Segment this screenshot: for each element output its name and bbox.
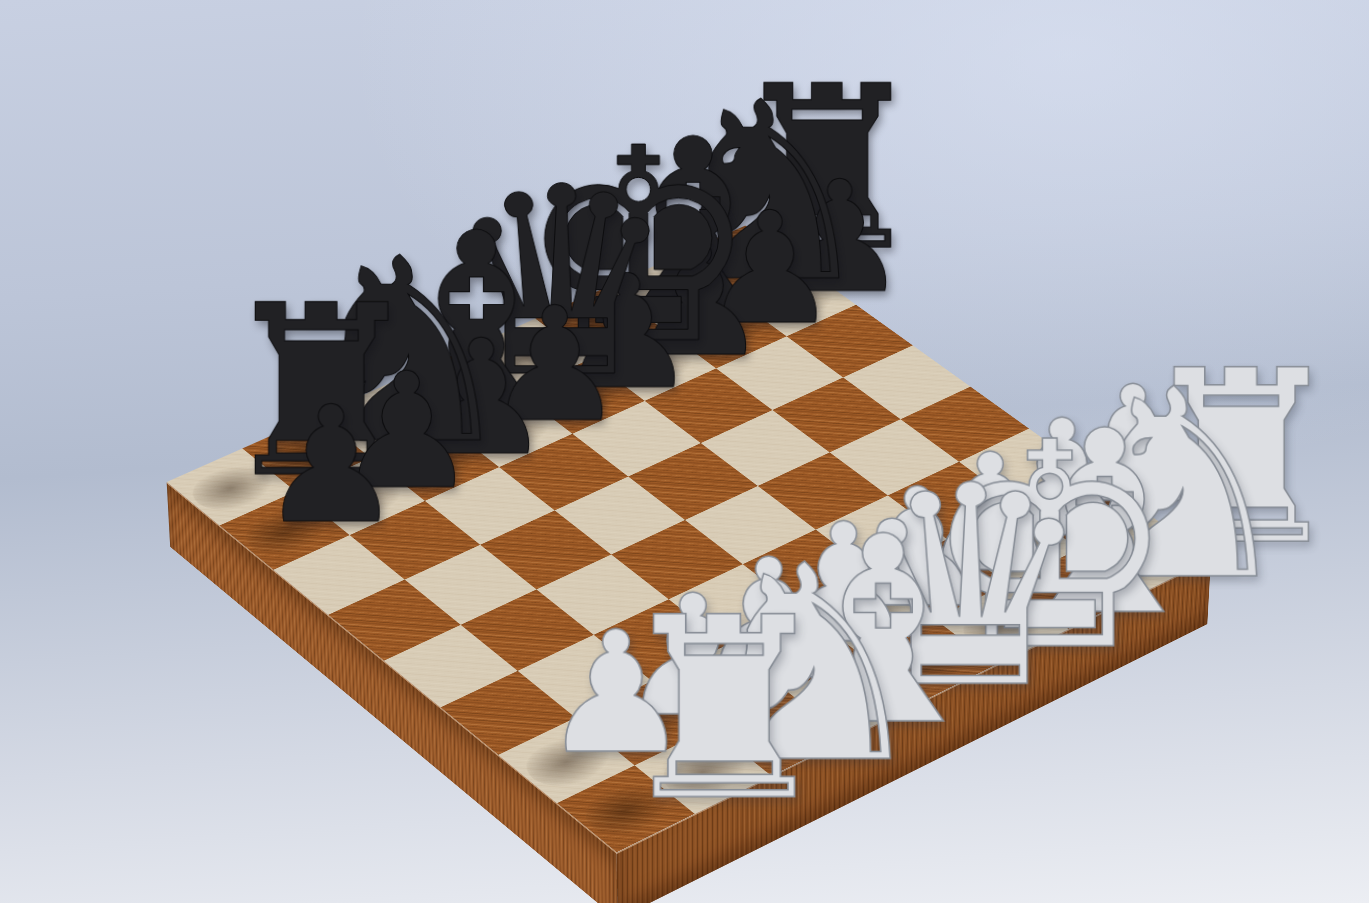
white-rook-icon: ♜ (612, 585, 711, 836)
black-pawn-icon: ♟ (259, 385, 353, 546)
chess-board: ♜♞♝♛♚♝♞♜♟♟♟♟♟♟♟♟♟♟♟♟♟♟♟♟♜♞♝♛♚♝♞♜ (167, 225, 1211, 852)
pieces-layer: ♜♞♝♛♚♝♞♜♟♟♟♟♟♟♟♟♟♟♟♟♟♟♟♟♜♞♝♛♚♝♞♜ (167, 225, 1211, 852)
chess-3d-render-scene: ♜♞♝♛♚♝♞♜♟♟♟♟♟♟♟♟♟♟♟♟♟♟♟♟♜♞♝♛♚♝♞♜ (0, 0, 1369, 903)
